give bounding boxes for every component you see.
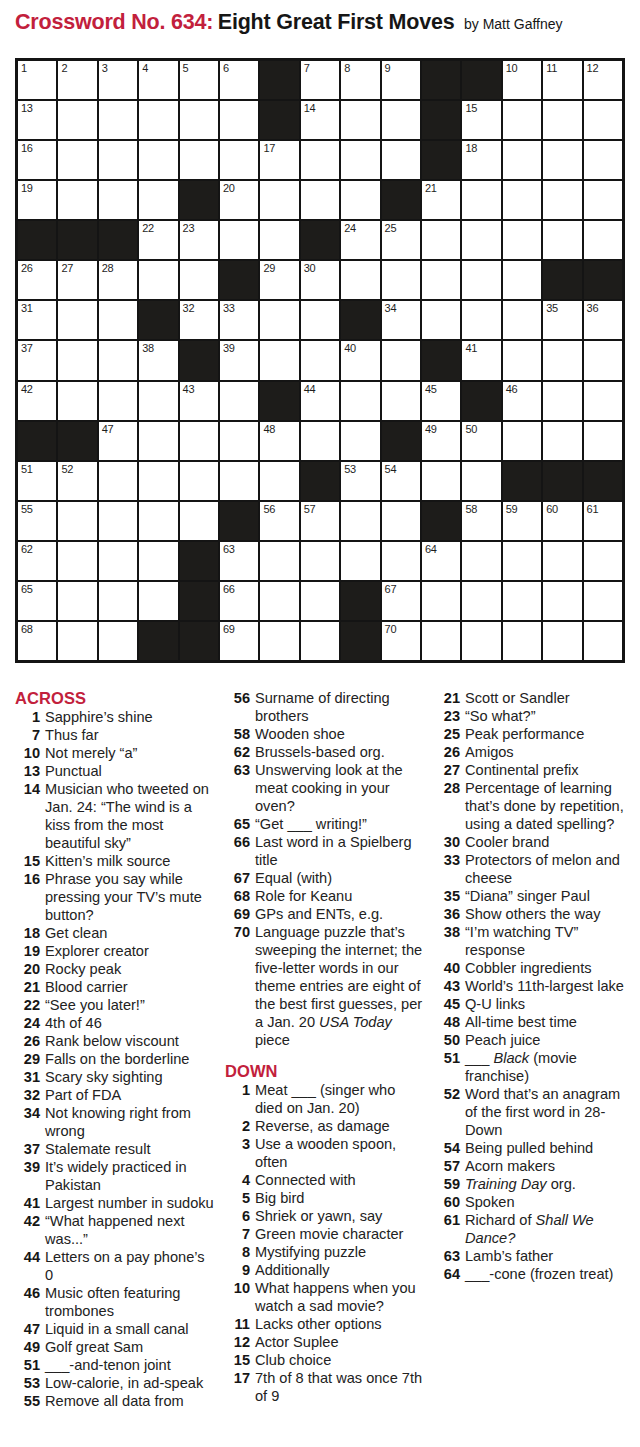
grid-cell-black: [422, 502, 460, 540]
grid-cell[interactable]: [58, 542, 96, 580]
clue-number: 42: [15, 1212, 45, 1248]
grid-cell[interactable]: [341, 101, 379, 139]
grid-cell[interactable]: 27: [58, 261, 96, 299]
clue-text: Explorer creator: [45, 942, 216, 960]
clue-down-23: 23“So what?”: [435, 707, 636, 725]
grid-cell[interactable]: 45: [422, 382, 460, 420]
clue-text: World’s 11th-largest lake: [465, 977, 636, 995]
clue-number: 68: [225, 887, 255, 905]
grid-cell[interactable]: [543, 341, 581, 379]
grid-cell[interactable]: 16: [18, 141, 56, 179]
grid-cell[interactable]: [382, 141, 420, 179]
grid-cell[interactable]: 60: [543, 502, 581, 540]
grid-cell[interactable]: [260, 181, 298, 219]
grid-cell[interactable]: 20: [220, 181, 258, 219]
grid-cell[interactable]: [260, 341, 298, 379]
grid-cell[interactable]: 3: [99, 61, 137, 99]
grid-cell[interactable]: 51: [18, 462, 56, 500]
grid-cell[interactable]: 10: [503, 61, 541, 99]
clue-text: What happens when you watch a sad movie?: [255, 1279, 426, 1315]
grid-cell[interactable]: [503, 622, 541, 660]
cell-number: 63: [223, 543, 235, 556]
grid-cell[interactable]: [301, 582, 339, 620]
grid-cell[interactable]: [543, 221, 581, 259]
grid-cell[interactable]: [462, 221, 500, 259]
grid-cell[interactable]: 30: [301, 261, 339, 299]
grid-cell[interactable]: 69: [220, 622, 258, 660]
grid-cell[interactable]: 37: [18, 341, 56, 379]
grid-cell[interactable]: [382, 502, 420, 540]
cell-number: 5: [183, 62, 189, 75]
grid-cell[interactable]: [220, 221, 258, 259]
grid-cell[interactable]: [543, 422, 581, 460]
grid-cell[interactable]: [301, 622, 339, 660]
grid-cell[interactable]: 46: [503, 382, 541, 420]
grid-cell[interactable]: 29: [260, 261, 298, 299]
grid-cell[interactable]: 7: [301, 61, 339, 99]
grid-cell[interactable]: 57: [301, 502, 339, 540]
grid-cell[interactable]: [180, 462, 218, 500]
clue-across-56: 56Surname of directing brothers: [225, 689, 426, 725]
grid-cell[interactable]: [382, 101, 420, 139]
grid-cell[interactable]: [139, 462, 177, 500]
clue-number: 39: [15, 1158, 45, 1194]
clue-number: 60: [435, 1193, 465, 1211]
cell-number: 31: [21, 302, 33, 315]
grid-cell[interactable]: 9: [382, 61, 420, 99]
clue-down-15: 15Club choice: [225, 1351, 426, 1369]
clue-text: Additionally: [255, 1261, 426, 1279]
clue-number: 63: [435, 1247, 465, 1265]
grid-cell[interactable]: [422, 261, 460, 299]
grid-cell[interactable]: 25: [382, 221, 420, 259]
grid-cell[interactable]: 49: [422, 422, 460, 460]
clue-across-16: 16Phrase you say while pressing your TV’…: [15, 870, 216, 924]
grid-cell[interactable]: [503, 341, 541, 379]
clue-across-32: 32Part of FDA: [15, 1086, 216, 1104]
grid-cell[interactable]: [584, 542, 622, 580]
clue-down-38: 38“I’m watching TV” response: [435, 923, 636, 959]
clue-text: Peach juice: [465, 1031, 636, 1049]
grid-cell[interactable]: [180, 502, 218, 540]
page-header: Crossword No. 634: Eight Great First Mov…: [0, 0, 640, 37]
grid-cell[interactable]: [139, 261, 177, 299]
clue-text: Use a wooden spoon, often: [255, 1135, 426, 1171]
clue-text: Percentage of learning that’s done by re…: [465, 779, 636, 833]
grid-cell[interactable]: [99, 181, 137, 219]
clue-number: 28: [435, 779, 465, 833]
grid-cell[interactable]: 58: [462, 502, 500, 540]
grid-cell[interactable]: [341, 502, 379, 540]
grid-cell-black: [341, 622, 379, 660]
grid-cell[interactable]: 17: [260, 141, 298, 179]
grid-cell[interactable]: 66: [220, 582, 258, 620]
grid-cell[interactable]: 54: [382, 462, 420, 500]
clue-down-60: 60Spoken: [435, 1193, 636, 1211]
grid-cell[interactable]: [543, 101, 581, 139]
grid-cell[interactable]: [220, 141, 258, 179]
clue-text: Golf great Sam: [45, 1338, 216, 1356]
clue-text: Connected with: [255, 1171, 426, 1189]
grid-cell[interactable]: [139, 181, 177, 219]
clue-number: 50: [435, 1031, 465, 1049]
clue-across-19: 19Explorer creator: [15, 942, 216, 960]
grid-cell[interactable]: [139, 101, 177, 139]
grid-cell[interactable]: 15: [462, 101, 500, 139]
grid-cell[interactable]: 48: [260, 422, 298, 460]
clue-text: Last word in a Spielberg title: [255, 833, 426, 869]
grid-cell[interactable]: [462, 582, 500, 620]
grid-cell[interactable]: [503, 221, 541, 259]
clue-text: Kitten’s milk source: [45, 852, 216, 870]
grid-cell[interactable]: [543, 582, 581, 620]
grid-cell[interactable]: [503, 422, 541, 460]
cell-number: 56: [263, 503, 275, 516]
clue-down-26: 26Amigos: [435, 743, 636, 761]
grid-cell[interactable]: 5: [180, 61, 218, 99]
clue-number: 52: [435, 1085, 465, 1139]
grid-cell[interactable]: [341, 141, 379, 179]
grid-cell-black: [180, 542, 218, 580]
grid-cell[interactable]: [543, 542, 581, 580]
grid-cell[interactable]: 61: [584, 502, 622, 540]
grid-cell[interactable]: [301, 301, 339, 339]
grid-cell[interactable]: [58, 582, 96, 620]
clue-text: Training Day org.: [465, 1175, 636, 1193]
clue-across-47: 47Liquid in a small canal: [15, 1320, 216, 1338]
grid-cell[interactable]: 36: [584, 301, 622, 339]
cell-number: 41: [465, 342, 477, 355]
grid-cell[interactable]: 38: [139, 341, 177, 379]
clue-number: 69: [225, 905, 255, 923]
clue-text: Part of FDA: [45, 1086, 216, 1104]
clue-number: 9: [225, 1261, 255, 1279]
grid-cell[interactable]: 56: [260, 502, 298, 540]
clue-text: All-time best time: [465, 1013, 636, 1031]
cell-number: 12: [587, 62, 599, 75]
clue-across-15: 15Kitten’s milk source: [15, 852, 216, 870]
clue-text: ___-cone (frozen treat): [465, 1265, 636, 1283]
clue-text: Q-U links: [465, 995, 636, 1013]
grid-cell[interactable]: 63: [220, 542, 258, 580]
grid-cell[interactable]: [503, 301, 541, 339]
clue-text: Rocky peak: [45, 960, 216, 978]
grid-cell[interactable]: [503, 141, 541, 179]
grid-cell[interactable]: 59: [503, 502, 541, 540]
grid-cell[interactable]: [260, 221, 298, 259]
cell-number: 25: [385, 222, 397, 235]
grid-cell-black: [58, 422, 96, 460]
grid-cell[interactable]: [543, 382, 581, 420]
clue-text: Big bird: [255, 1189, 426, 1207]
grid-cell[interactable]: [58, 341, 96, 379]
grid-cell[interactable]: [584, 341, 622, 379]
clue-number: 35: [435, 887, 465, 905]
grid-cell-black: [18, 221, 56, 259]
grid-cell[interactable]: 32: [180, 301, 218, 339]
grid-cell[interactable]: [180, 141, 218, 179]
grid-cell[interactable]: [543, 181, 581, 219]
cell-number: 29: [263, 262, 275, 275]
grid-cell[interactable]: 6: [220, 61, 258, 99]
grid-cell[interactable]: [503, 101, 541, 139]
grid-cell[interactable]: [341, 261, 379, 299]
cell-number: 33: [223, 302, 235, 315]
clue-number: 34: [15, 1104, 45, 1140]
clue-number: 5: [225, 1189, 255, 1207]
clue-across-31: 31Scary sky sighting: [15, 1068, 216, 1086]
grid-cell[interactable]: 55: [18, 502, 56, 540]
grid-cell[interactable]: [584, 141, 622, 179]
grid-cell[interactable]: [584, 622, 622, 660]
grid-cell[interactable]: 40: [341, 341, 379, 379]
grid-cell[interactable]: [543, 622, 581, 660]
grid-cell[interactable]: 13: [18, 101, 56, 139]
grid-cell[interactable]: 65: [18, 582, 56, 620]
grid-cell[interactable]: 68: [18, 622, 56, 660]
clue-number: 70: [225, 923, 255, 1049]
clue-number: 25: [435, 725, 465, 743]
clue-down-45: 45Q-U links: [435, 995, 636, 1013]
grid-cell[interactable]: 23: [180, 221, 218, 259]
grid-cell[interactable]: [341, 382, 379, 420]
grid-cell[interactable]: 11: [543, 61, 581, 99]
grid-cell[interactable]: [139, 542, 177, 580]
grid-cell[interactable]: [382, 382, 420, 420]
grid-cell[interactable]: [422, 582, 460, 620]
grid-cell[interactable]: [58, 181, 96, 219]
clue-number: 1: [15, 708, 45, 726]
grid-cell[interactable]: [220, 462, 258, 500]
grid-cell-black: [260, 382, 298, 420]
grid-cell[interactable]: [58, 622, 96, 660]
grid-cell[interactable]: [543, 141, 581, 179]
grid-cell[interactable]: [503, 582, 541, 620]
cell-number: 62: [21, 543, 33, 556]
clue-text: Low-calorie, in ad-speak: [45, 1374, 216, 1392]
grid-cell[interactable]: 35: [543, 301, 581, 339]
clue-down-36: 36Show others the way: [435, 905, 636, 923]
grid-cell[interactable]: [220, 422, 258, 460]
grid-cell[interactable]: [260, 582, 298, 620]
grid-cell[interactable]: [301, 341, 339, 379]
grid-cell[interactable]: 47: [99, 422, 137, 460]
grid-cell[interactable]: 50: [462, 422, 500, 460]
grid-cell[interactable]: [99, 382, 137, 420]
grid-cell[interactable]: 64: [422, 542, 460, 580]
grid-cell[interactable]: [180, 422, 218, 460]
clue-text: Surname of directing brothers: [255, 689, 426, 725]
grid-cell[interactable]: [422, 301, 460, 339]
grid-cell[interactable]: [58, 101, 96, 139]
grid-cell[interactable]: [422, 221, 460, 259]
grid-cell[interactable]: [382, 542, 420, 580]
grid-cell[interactable]: 24: [341, 221, 379, 259]
grid-cell[interactable]: [99, 301, 137, 339]
cell-number: 9: [385, 62, 391, 75]
grid-cell[interactable]: 4: [139, 61, 177, 99]
grid-cell[interactable]: [99, 101, 137, 139]
grid-cell[interactable]: 18: [462, 141, 500, 179]
grid-cell[interactable]: 21: [422, 181, 460, 219]
cell-number: 24: [344, 222, 356, 235]
clue-down-63: 63Lamb’s father: [435, 1247, 636, 1265]
clue-number: 62: [225, 743, 255, 761]
grid-cell[interactable]: [382, 261, 420, 299]
clue-text: “Get ___ writing!”: [255, 815, 426, 833]
grid-cell[interactable]: [584, 101, 622, 139]
clue-across-44: 44Letters on a pay phone’s 0: [15, 1248, 216, 1284]
clue-number: 47: [15, 1320, 45, 1338]
clue-number: 7: [225, 1225, 255, 1243]
grid-cell[interactable]: 43: [180, 382, 218, 420]
grid-cell[interactable]: [584, 582, 622, 620]
cell-number: 45: [425, 383, 437, 396]
clue-across-34: 34Not knowing right from wrong: [15, 1104, 216, 1140]
grid-cell-black: [422, 61, 460, 99]
grid-cell[interactable]: [462, 462, 500, 500]
grid-cell[interactable]: 70: [382, 622, 420, 660]
grid-cell[interactable]: 52: [58, 462, 96, 500]
grid-cell[interactable]: [301, 141, 339, 179]
grid-cell[interactable]: [341, 181, 379, 219]
grid-cell-black: [220, 502, 258, 540]
cell-number: 2: [61, 62, 67, 75]
grid-cell[interactable]: 67: [382, 582, 420, 620]
grid-cell-black: [180, 582, 218, 620]
grid-cell[interactable]: 39: [220, 341, 258, 379]
grid-cell[interactable]: [220, 101, 258, 139]
grid-cell-black: [180, 622, 218, 660]
grid-cell[interactable]: [99, 582, 137, 620]
grid-cell[interactable]: [341, 542, 379, 580]
grid-cell[interactable]: 34: [382, 301, 420, 339]
grid-cell[interactable]: [462, 181, 500, 219]
clue-across-13: 13Punctual: [15, 762, 216, 780]
grid-cell[interactable]: [99, 622, 137, 660]
grid-cell[interactable]: 28: [99, 261, 137, 299]
cell-number: 46: [506, 383, 518, 396]
grid-cell[interactable]: 62: [18, 542, 56, 580]
grid-cell[interactable]: [462, 261, 500, 299]
grid-cell[interactable]: [584, 382, 622, 420]
cell-number: 51: [21, 463, 33, 476]
grid-cell[interactable]: [99, 341, 137, 379]
grid-cell[interactable]: [584, 422, 622, 460]
grid-cell[interactable]: [260, 462, 298, 500]
grid-cell[interactable]: [422, 462, 460, 500]
grid-cell[interactable]: [301, 181, 339, 219]
grid-cell[interactable]: [99, 542, 137, 580]
grid-cell[interactable]: 8: [341, 61, 379, 99]
grid-cell-black: [18, 422, 56, 460]
grid-cell[interactable]: [260, 622, 298, 660]
grid-cell[interactable]: [503, 261, 541, 299]
clue-number: 3: [225, 1135, 255, 1171]
grid-cell[interactable]: [503, 181, 541, 219]
grid-cell[interactable]: [462, 301, 500, 339]
grid-cell[interactable]: [462, 542, 500, 580]
clue-down-48: 48All-time best time: [435, 1013, 636, 1031]
grid-cell[interactable]: 31: [18, 301, 56, 339]
grid-cell[interactable]: [58, 502, 96, 540]
cell-number: 65: [21, 583, 33, 596]
grid-cell[interactable]: 2: [58, 61, 96, 99]
clue-text: Amigos: [465, 743, 636, 761]
grid-cell[interactable]: 14: [301, 101, 339, 139]
clue-number: 33: [435, 851, 465, 887]
grid-cell[interactable]: [220, 382, 258, 420]
grid-cell-black: [341, 582, 379, 620]
grid-cell[interactable]: [99, 141, 137, 179]
grid-cell[interactable]: [584, 181, 622, 219]
grid-cell[interactable]: 26: [18, 261, 56, 299]
grid-cell[interactable]: [301, 542, 339, 580]
grid-cell[interactable]: [180, 101, 218, 139]
grid-cell[interactable]: 53: [341, 462, 379, 500]
clue-number: 19: [15, 942, 45, 960]
grid-cell[interactable]: 19: [18, 181, 56, 219]
grid-cell[interactable]: 1: [18, 61, 56, 99]
grid-cell[interactable]: [139, 141, 177, 179]
grid-cell[interactable]: [180, 261, 218, 299]
grid-cell[interactable]: [99, 502, 137, 540]
cell-number: 14: [304, 102, 316, 115]
grid-cell[interactable]: [382, 341, 420, 379]
clue-across-21: 21Blood carrier: [15, 978, 216, 996]
grid-cell[interactable]: [301, 422, 339, 460]
clue-down-1: 1Meat ___ (singer who died on Jan. 20): [225, 1081, 426, 1117]
clue-down-50: 50Peach juice: [435, 1031, 636, 1049]
grid-cell[interactable]: 42: [18, 382, 56, 420]
grid-cell[interactable]: [503, 542, 541, 580]
clue-number: 18: [15, 924, 45, 942]
grid-cell[interactable]: 33: [220, 301, 258, 339]
grid-cell[interactable]: [422, 622, 460, 660]
grid-cell[interactable]: [139, 382, 177, 420]
grid-cell[interactable]: [462, 622, 500, 660]
cell-number: 28: [102, 262, 114, 275]
grid-cell[interactable]: [260, 542, 298, 580]
grid-cell[interactable]: [58, 382, 96, 420]
clue-text: Falls on the borderline: [45, 1050, 216, 1068]
grid-cell[interactable]: 44: [301, 382, 339, 420]
grid-cell[interactable]: [139, 582, 177, 620]
clue-text: Show others the way: [465, 905, 636, 923]
clue-number: 20: [15, 960, 45, 978]
cell-number: 43: [183, 383, 195, 396]
grid-cell[interactable]: [584, 221, 622, 259]
grid-cell[interactable]: [139, 422, 177, 460]
grid-cell[interactable]: [99, 462, 137, 500]
clue-text: Sapphire’s shine: [45, 708, 216, 726]
grid-cell[interactable]: 41: [462, 341, 500, 379]
grid-cell[interactable]: [139, 502, 177, 540]
grid-cell[interactable]: 22: [139, 221, 177, 259]
clue-text: Scary sky sighting: [45, 1068, 216, 1086]
cell-number: 40: [344, 342, 356, 355]
clue-down-17: 177th of 8 that was once 7th of 9: [225, 1369, 426, 1405]
cell-number: 57: [304, 503, 316, 516]
grid-cell[interactable]: [58, 141, 96, 179]
cell-number: 27: [61, 262, 73, 275]
grid-cell[interactable]: [260, 301, 298, 339]
clue-text: ___-and-tenon joint: [45, 1356, 216, 1374]
grid-cell-black: [301, 221, 339, 259]
grid-cell[interactable]: [58, 301, 96, 339]
grid-cell[interactable]: 12: [584, 61, 622, 99]
grid-cell[interactable]: [341, 422, 379, 460]
